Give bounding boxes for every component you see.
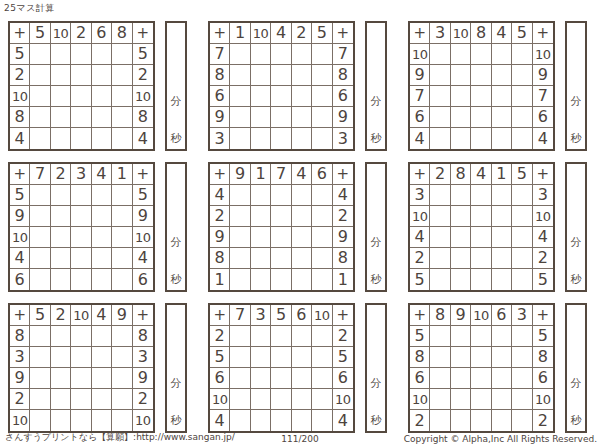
answer-cell[interactable] — [471, 269, 491, 290]
answer-cell[interactable] — [430, 44, 450, 65]
answer-cell[interactable] — [312, 326, 332, 347]
operator-cell: + — [533, 23, 553, 44]
answer-cell[interactable] — [271, 227, 291, 248]
answer-cell[interactable] — [251, 368, 271, 389]
answer-cell[interactable] — [71, 86, 91, 107]
answer-cell[interactable] — [451, 248, 471, 269]
answer-cell[interactable] — [30, 269, 50, 290]
minutes-label: 分 — [371, 376, 382, 391]
answer-cell[interactable] — [451, 107, 471, 128]
answer-cell[interactable] — [451, 185, 471, 206]
answer-cell[interactable] — [430, 326, 450, 347]
answer-cell[interactable] — [71, 128, 91, 149]
answer-cell[interactable] — [30, 206, 50, 227]
answer-cell[interactable] — [230, 86, 250, 107]
answer-cell[interactable] — [512, 248, 532, 269]
answer-cell[interactable] — [312, 227, 332, 248]
answer-cell[interactable] — [451, 389, 471, 410]
right-number-cell: 9 — [533, 65, 553, 86]
answer-cell[interactable] — [451, 269, 471, 290]
answer-cell[interactable] — [471, 86, 491, 107]
right-number-cell: 7 — [533, 86, 553, 107]
answer-cell[interactable] — [271, 206, 291, 227]
answer-cell[interactable] — [92, 410, 112, 431]
answer-cell[interactable] — [30, 128, 50, 149]
answer-cell[interactable] — [512, 107, 532, 128]
top-number-cell: 3 — [71, 164, 91, 185]
answer-cell[interactable] — [512, 326, 532, 347]
answer-cell[interactable] — [471, 128, 491, 149]
answer-cell[interactable] — [451, 347, 471, 368]
answer-cell[interactable] — [512, 185, 532, 206]
left-number-cell: 5 — [210, 347, 230, 368]
right-number-cell: 5 — [533, 326, 553, 347]
answer-cell[interactable] — [230, 185, 250, 206]
answer-cell[interactable] — [492, 65, 512, 86]
answer-cell[interactable] — [251, 326, 271, 347]
answer-cell[interactable] — [251, 248, 271, 269]
answer-cell[interactable] — [251, 389, 271, 410]
answer-cell[interactable] — [512, 128, 532, 149]
answer-cell[interactable] — [292, 368, 312, 389]
answer-cell[interactable] — [312, 86, 332, 107]
puzzle-block: +28415+331010442255 分 秒 — [408, 162, 587, 292]
answer-cell[interactable] — [512, 227, 532, 248]
operator-cell: + — [210, 23, 230, 44]
top-number-cell: 4 — [471, 164, 491, 185]
answer-cell[interactable] — [112, 347, 132, 368]
answer-cell[interactable] — [51, 410, 71, 431]
answer-cell[interactable] — [71, 185, 91, 206]
answer-cell[interactable] — [112, 248, 132, 269]
answer-cell[interactable] — [492, 347, 512, 368]
answer-cell[interactable] — [30, 227, 50, 248]
answer-cell[interactable] — [112, 107, 132, 128]
answer-cell[interactable] — [92, 389, 112, 410]
calc-grid: +521049+883399221010 — [8, 303, 155, 433]
answer-cell[interactable] — [471, 347, 491, 368]
left-number-cell: 3 — [210, 128, 230, 149]
answer-cell[interactable] — [92, 326, 112, 347]
answer-cell[interactable] — [430, 389, 450, 410]
answer-cell[interactable] — [230, 44, 250, 65]
answer-cell[interactable] — [471, 107, 491, 128]
answer-cell[interactable] — [51, 65, 71, 86]
left-number-cell: 10 — [210, 389, 230, 410]
answer-cell[interactable] — [430, 368, 450, 389]
answer-cell[interactable] — [512, 86, 532, 107]
answer-cell[interactable] — [512, 389, 532, 410]
answer-cell[interactable] — [271, 65, 291, 86]
answer-cell[interactable] — [451, 227, 471, 248]
answer-cell[interactable] — [230, 65, 250, 86]
answer-cell[interactable] — [92, 107, 112, 128]
answer-cell[interactable] — [30, 65, 50, 86]
left-number-cell: 2 — [210, 206, 230, 227]
answer-cell[interactable] — [492, 389, 512, 410]
answer-cell[interactable] — [312, 44, 332, 65]
right-number-cell: 2 — [333, 206, 353, 227]
footer-page-number: 111/200 — [281, 434, 318, 444]
answer-cell[interactable] — [451, 206, 471, 227]
answer-cell[interactable] — [30, 107, 50, 128]
answer-cell[interactable] — [292, 206, 312, 227]
answer-cell[interactable] — [471, 326, 491, 347]
answer-cell[interactable] — [112, 86, 132, 107]
answer-cell[interactable] — [492, 86, 512, 107]
top-number-cell: 4 — [92, 305, 112, 326]
answer-cell[interactable] — [292, 269, 312, 290]
answer-cell[interactable] — [230, 269, 250, 290]
minutes-label: 分 — [571, 376, 582, 391]
answer-cell[interactable] — [51, 107, 71, 128]
answer-cell[interactable] — [92, 269, 112, 290]
answer-cell[interactable] — [471, 227, 491, 248]
operator-cell: + — [133, 164, 153, 185]
left-number-cell: 8 — [410, 347, 430, 368]
right-number-cell: 9 — [133, 368, 153, 389]
answer-cell[interactable] — [430, 206, 450, 227]
answer-cell[interactable] — [92, 185, 112, 206]
answer-cell[interactable] — [112, 206, 132, 227]
answer-cell[interactable] — [492, 107, 512, 128]
answer-cell[interactable] — [251, 107, 271, 128]
answer-cell[interactable] — [512, 368, 532, 389]
answer-cell[interactable] — [492, 185, 512, 206]
answer-cell[interactable] — [471, 410, 491, 431]
answer-cell[interactable] — [230, 410, 250, 431]
answer-cell[interactable] — [230, 347, 250, 368]
answer-cell[interactable] — [30, 86, 50, 107]
answer-cell[interactable] — [71, 326, 91, 347]
operator-cell: + — [410, 164, 430, 185]
left-number-cell: 9 — [410, 65, 430, 86]
answer-cell[interactable] — [30, 347, 50, 368]
answer-cell[interactable] — [71, 269, 91, 290]
answer-cell[interactable] — [51, 248, 71, 269]
answer-cell[interactable] — [92, 368, 112, 389]
answer-cell[interactable] — [112, 326, 132, 347]
answer-cell[interactable] — [292, 248, 312, 269]
answer-cell[interactable] — [251, 44, 271, 65]
top-number-cell: 5 — [512, 23, 532, 44]
answer-cell[interactable] — [271, 44, 291, 65]
answer-cell[interactable] — [292, 185, 312, 206]
minutes-label: 分 — [371, 235, 382, 250]
answer-cell[interactable] — [251, 128, 271, 149]
answer-cell[interactable] — [251, 185, 271, 206]
left-number-cell: 9 — [10, 206, 30, 227]
answer-cell[interactable] — [92, 86, 112, 107]
answer-cell[interactable] — [271, 410, 291, 431]
answer-cell[interactable] — [312, 107, 332, 128]
seconds-label: 秒 — [171, 272, 182, 287]
right-number-cell: 6 — [333, 86, 353, 107]
left-number-cell: 4 — [410, 128, 430, 149]
answer-cell[interactable] — [312, 65, 332, 86]
answer-cell[interactable] — [71, 410, 91, 431]
right-number-cell: 9 — [333, 107, 353, 128]
answer-cell[interactable] — [271, 185, 291, 206]
answer-cell[interactable] — [471, 248, 491, 269]
right-number-cell: 2 — [133, 389, 153, 410]
answer-cell[interactable] — [51, 227, 71, 248]
answer-cell[interactable] — [51, 389, 71, 410]
answer-cell[interactable] — [92, 248, 112, 269]
top-number-cell: 1 — [112, 164, 132, 185]
answer-cell[interactable] — [51, 44, 71, 65]
answer-cell[interactable] — [112, 410, 132, 431]
answer-cell[interactable] — [312, 347, 332, 368]
answer-cell[interactable] — [271, 107, 291, 128]
answer-cell[interactable] — [71, 107, 91, 128]
left-number-cell: 6 — [410, 368, 430, 389]
seconds-label: 秒 — [371, 413, 382, 428]
answer-cell[interactable] — [471, 206, 491, 227]
answer-cell[interactable] — [430, 107, 450, 128]
answer-cell[interactable] — [471, 389, 491, 410]
seconds-label: 秒 — [571, 272, 582, 287]
top-number-cell: 7 — [30, 164, 50, 185]
answer-cell[interactable] — [30, 185, 50, 206]
answer-cell[interactable] — [30, 389, 50, 410]
seconds-label: 秒 — [571, 131, 582, 146]
left-number-cell: 2 — [10, 65, 30, 86]
answer-cell[interactable] — [512, 65, 532, 86]
answer-cell[interactable] — [492, 248, 512, 269]
answer-cell[interactable] — [271, 368, 291, 389]
answer-cell[interactable] — [292, 326, 312, 347]
answer-cell[interactable] — [492, 44, 512, 65]
answer-cell[interactable] — [51, 206, 71, 227]
answer-cell[interactable] — [271, 86, 291, 107]
operator-cell: + — [333, 305, 353, 326]
answer-cell[interactable] — [492, 206, 512, 227]
top-number-cell: 5 — [312, 23, 332, 44]
right-number-cell: 8 — [333, 65, 353, 86]
answer-cell[interactable] — [312, 128, 332, 149]
answer-cell[interactable] — [430, 227, 450, 248]
answer-cell[interactable] — [251, 347, 271, 368]
answer-cell[interactable] — [430, 185, 450, 206]
answer-cell[interactable] — [51, 86, 71, 107]
right-number-cell: 2 — [333, 326, 353, 347]
answer-cell[interactable] — [92, 128, 112, 149]
answer-cell[interactable] — [430, 347, 450, 368]
answer-cell[interactable] — [492, 368, 512, 389]
answer-cell[interactable] — [312, 269, 332, 290]
answer-cell[interactable] — [312, 206, 332, 227]
answer-cell[interactable] — [430, 269, 450, 290]
answer-cell[interactable] — [230, 227, 250, 248]
right-number-cell: 4 — [133, 128, 153, 149]
answer-cell[interactable] — [451, 368, 471, 389]
operator-cell: + — [333, 23, 353, 44]
answer-cell[interactable] — [271, 326, 291, 347]
right-number-cell: 3 — [133, 347, 153, 368]
answer-cell[interactable] — [492, 227, 512, 248]
top-number-cell: 8 — [471, 23, 491, 44]
answer-cell[interactable] — [471, 185, 491, 206]
answer-cell[interactable] — [230, 248, 250, 269]
answer-cell[interactable] — [30, 368, 50, 389]
answer-cell[interactable] — [71, 368, 91, 389]
answer-cell[interactable] — [71, 65, 91, 86]
answer-cell[interactable] — [312, 248, 332, 269]
answer-cell[interactable] — [92, 227, 112, 248]
answer-cell[interactable] — [251, 410, 271, 431]
answer-cell[interactable] — [30, 410, 50, 431]
answer-cell[interactable] — [512, 410, 532, 431]
answer-cell[interactable] — [492, 326, 512, 347]
answer-cell[interactable] — [492, 128, 512, 149]
answer-cell[interactable] — [292, 347, 312, 368]
footer-source-link: さんすうプリントなら【算願】:http://www.sangan.jp/ — [5, 431, 235, 444]
left-number-cell: 9 — [210, 227, 230, 248]
answer-cell[interactable] — [271, 389, 291, 410]
top-number-cell: 10 — [251, 23, 271, 44]
answer-cell[interactable] — [92, 347, 112, 368]
answer-cell[interactable] — [51, 368, 71, 389]
right-number-cell: 10 — [133, 86, 153, 107]
minutes-label: 分 — [171, 94, 182, 109]
answer-cell[interactable] — [292, 227, 312, 248]
answer-cell[interactable] — [251, 65, 271, 86]
answer-cell[interactable] — [451, 44, 471, 65]
answer-cell[interactable] — [30, 326, 50, 347]
answer-cell[interactable] — [71, 347, 91, 368]
answer-cell[interactable] — [51, 269, 71, 290]
left-number-cell: 10 — [10, 86, 30, 107]
answer-cell[interactable] — [312, 185, 332, 206]
left-number-cell: 2 — [210, 326, 230, 347]
answer-cell[interactable] — [430, 86, 450, 107]
answer-cell[interactable] — [292, 410, 312, 431]
answer-cell[interactable] — [312, 410, 332, 431]
answer-cell[interactable] — [71, 248, 91, 269]
answer-cell[interactable] — [292, 86, 312, 107]
answer-cell[interactable] — [251, 269, 271, 290]
answer-cell[interactable] — [71, 389, 91, 410]
answer-cell[interactable] — [112, 368, 132, 389]
puzzle-block: +521049+883399221010 分 秒 — [8, 303, 187, 433]
answer-cell[interactable] — [451, 65, 471, 86]
left-number-cell: 9 — [210, 107, 230, 128]
answer-cell[interactable] — [492, 269, 512, 290]
right-number-cell: 2 — [133, 65, 153, 86]
top-number-cell: 5 — [30, 23, 50, 44]
answer-cell[interactable] — [430, 410, 450, 431]
answer-cell[interactable] — [471, 44, 491, 65]
answer-cell[interactable] — [451, 410, 471, 431]
right-number-cell: 9 — [133, 206, 153, 227]
answer-cell[interactable] — [451, 128, 471, 149]
answer-cell[interactable] — [92, 44, 112, 65]
answer-cell[interactable] — [30, 248, 50, 269]
answer-cell[interactable] — [512, 206, 532, 227]
answer-cell[interactable] — [292, 389, 312, 410]
answer-cell[interactable] — [312, 368, 332, 389]
answer-cell[interactable] — [71, 44, 91, 65]
answer-cell[interactable] — [251, 86, 271, 107]
answer-cell[interactable] — [71, 227, 91, 248]
answer-cell[interactable] — [251, 206, 271, 227]
answer-cell[interactable] — [51, 128, 71, 149]
answer-cell[interactable] — [30, 44, 50, 65]
answer-cell[interactable] — [492, 410, 512, 431]
answer-cell[interactable] — [112, 389, 132, 410]
answer-cell[interactable] — [451, 326, 471, 347]
answer-cell[interactable] — [512, 269, 532, 290]
answer-cell[interactable] — [430, 248, 450, 269]
answer-cell[interactable] — [230, 389, 250, 410]
answer-cell[interactable] — [92, 206, 112, 227]
answer-cell[interactable] — [92, 65, 112, 86]
answer-cell[interactable] — [230, 206, 250, 227]
answer-cell[interactable] — [271, 347, 291, 368]
right-number-cell: 10 — [533, 206, 553, 227]
answer-cell[interactable] — [430, 65, 450, 86]
answer-cell[interactable] — [51, 347, 71, 368]
right-number-cell: 7 — [333, 44, 353, 65]
answer-cell[interactable] — [471, 368, 491, 389]
right-number-cell: 6 — [133, 269, 153, 290]
answer-cell[interactable] — [112, 269, 132, 290]
answer-cell[interactable] — [292, 128, 312, 149]
right-number-cell: 10 — [133, 227, 153, 248]
answer-cell[interactable] — [112, 44, 132, 65]
answer-cell[interactable] — [230, 128, 250, 149]
top-number-cell: 1 — [230, 23, 250, 44]
answer-cell[interactable] — [230, 368, 250, 389]
answer-cell[interactable] — [271, 269, 291, 290]
left-number-cell: 1 — [210, 269, 230, 290]
answer-cell[interactable] — [230, 326, 250, 347]
left-number-cell: 2 — [10, 389, 30, 410]
top-number-cell: 6 — [92, 23, 112, 44]
left-number-cell: 8 — [210, 65, 230, 86]
answer-cell[interactable] — [292, 65, 312, 86]
answer-cell[interactable] — [512, 44, 532, 65]
answer-cell[interactable] — [512, 347, 532, 368]
answer-cell[interactable] — [51, 185, 71, 206]
answer-cell[interactable] — [292, 44, 312, 65]
answer-cell[interactable] — [271, 248, 291, 269]
answer-cell[interactable] — [430, 128, 450, 149]
answer-cell[interactable] — [251, 227, 271, 248]
top-number-cell: 8 — [451, 164, 471, 185]
answer-cell[interactable] — [112, 227, 132, 248]
seconds-label: 秒 — [571, 413, 582, 428]
answer-cell[interactable] — [112, 185, 132, 206]
answer-cell[interactable] — [112, 128, 132, 149]
answer-cell[interactable] — [292, 107, 312, 128]
answer-cell[interactable] — [312, 389, 332, 410]
answer-cell[interactable] — [471, 65, 491, 86]
answer-cell[interactable] — [51, 326, 71, 347]
timer-box: 分 秒 — [565, 162, 587, 292]
minutes-label: 分 — [371, 94, 382, 109]
left-number-cell: 7 — [210, 44, 230, 65]
top-number-cell: 1 — [492, 164, 512, 185]
answer-cell[interactable] — [451, 86, 471, 107]
calc-grid: +891063+558866101022 — [408, 303, 555, 433]
answer-cell[interactable] — [112, 65, 132, 86]
answer-cell[interactable] — [230, 107, 250, 128]
answer-cell[interactable] — [271, 128, 291, 149]
answer-cell[interactable] — [71, 206, 91, 227]
left-number-cell: 5 — [410, 326, 430, 347]
